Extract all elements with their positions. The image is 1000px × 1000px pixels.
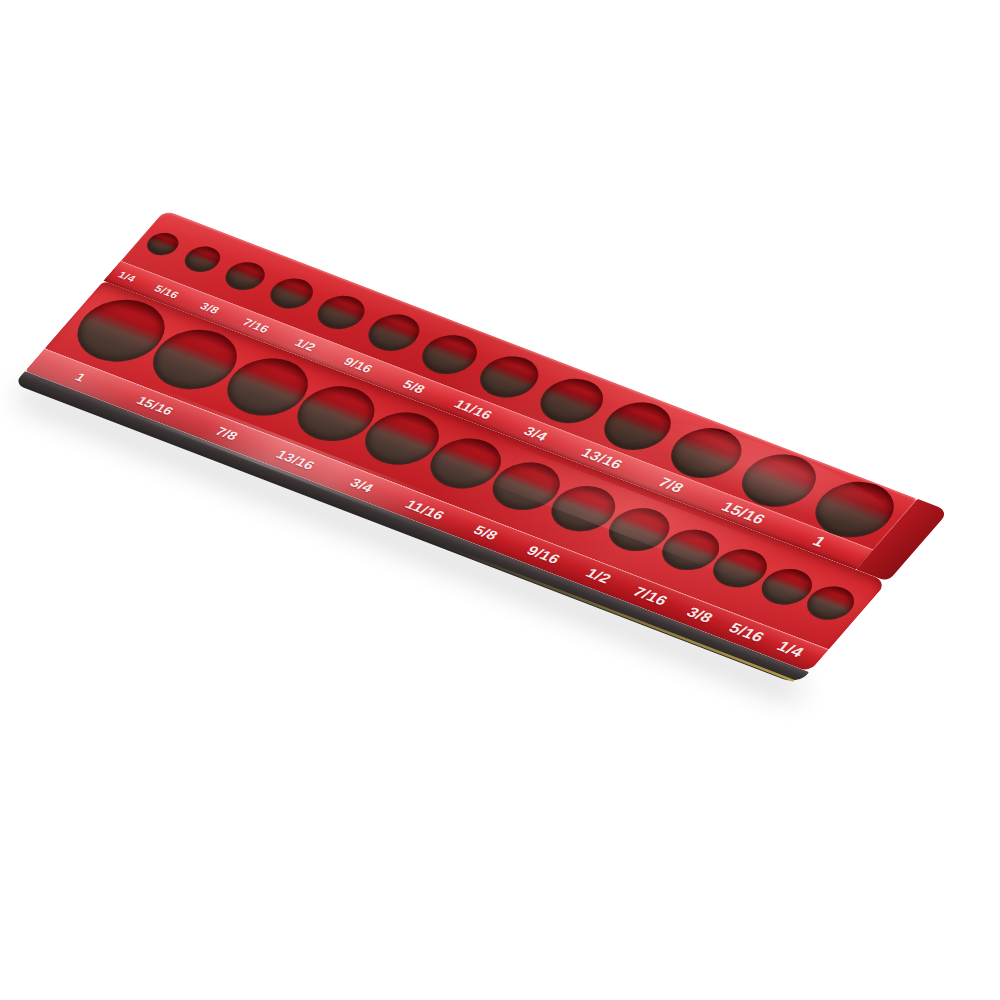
back-size-label-1-2: 1/2 — [292, 336, 319, 353]
back-size-label-7-8: 7/8 — [655, 475, 688, 496]
back-socket-hole-1-4 — [141, 229, 184, 259]
back-socket-hole-5-16 — [178, 242, 227, 276]
front-size-label-3-8: 3/8 — [683, 604, 717, 626]
front-size-label-3-4: 3/4 — [347, 476, 377, 495]
back-socket-hole-3-8 — [218, 257, 272, 294]
back-size-label-7-16: 7/16 — [240, 316, 272, 335]
front-size-label-7-8: 7/8 — [212, 424, 241, 443]
back-size-label-9-16: 9/16 — [341, 355, 376, 375]
back-size-label-3-8: 3/8 — [197, 300, 222, 316]
back-socket-hole-5-8 — [412, 328, 488, 380]
back-socket-hole-11-16 — [469, 349, 550, 405]
back-size-label-3-4: 3/4 — [521, 424, 552, 444]
front-size-label-1-4: 1/4 — [772, 638, 807, 661]
back-size-label-1: 1 — [808, 533, 829, 551]
front-size-label-1: 1 — [72, 371, 89, 384]
back-size-label-1-4: 1/4 — [116, 269, 138, 283]
socket-organizer-tray: 1/45/163/87/161/29/165/811/163/413/167/8… — [14, 210, 949, 685]
back-socket-hole-9-16 — [359, 308, 429, 356]
front-size-label-1-2: 1/2 — [582, 566, 615, 587]
back-socket-hole-7-16 — [262, 273, 322, 314]
product-photo: 1/45/163/87/161/29/165/811/163/413/167/8… — [0, 0, 1000, 1000]
front-size-label-5-8: 5/8 — [470, 523, 502, 544]
back-size-label-5-16: 5/16 — [152, 283, 181, 300]
front-size-label-9-16: 9/16 — [523, 543, 564, 567]
back-socket-hole-1-2 — [309, 290, 374, 335]
back-size-label-5-8: 5/8 — [400, 377, 429, 396]
front-size-label-15-16: 15/16 — [134, 394, 177, 418]
